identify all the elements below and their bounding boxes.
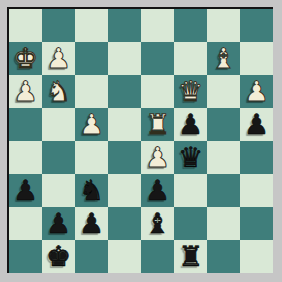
square-d6[interactable] [108,75,141,108]
square-f7[interactable] [174,42,207,75]
square-d1[interactable] [108,240,141,273]
square-f3[interactable] [174,174,207,207]
square-c6[interactable] [75,75,108,108]
square-a6[interactable]: ♟ [9,75,42,108]
black-pawn[interactable]: ♟ [75,207,108,240]
square-e1[interactable] [141,240,174,273]
square-a1[interactable] [9,240,42,273]
square-e5[interactable]: ♜ [141,108,174,141]
square-g6[interactable] [207,75,240,108]
square-f1[interactable]: ♜ [174,240,207,273]
white-pawn[interactable]: ♟ [9,75,42,108]
square-b3[interactable] [42,174,75,207]
square-b7[interactable]: ♟ [42,42,75,75]
black-pawn[interactable]: ♟ [174,108,207,141]
square-c5[interactable]: ♟ [75,108,108,141]
square-h7[interactable] [240,42,273,75]
white-rook[interactable]: ♜ [141,108,174,141]
square-e2[interactable]: ♝ [141,207,174,240]
square-h4[interactable] [240,141,273,174]
square-d7[interactable] [108,42,141,75]
square-a4[interactable] [9,141,42,174]
black-pawn[interactable]: ♟ [42,207,75,240]
square-h5[interactable]: ♟ [240,108,273,141]
white-pawn[interactable]: ♟ [141,141,174,174]
square-c8[interactable] [75,9,108,42]
square-e3[interactable]: ♟ [141,174,174,207]
square-c4[interactable] [75,141,108,174]
white-queen[interactable]: ♛ [174,75,207,108]
square-a7[interactable]: ♚ [9,42,42,75]
square-a2[interactable] [9,207,42,240]
square-h3[interactable] [240,174,273,207]
chess-board: ♚♟♝♟♞♛♟♟♜♟♟♟♛♟♞♟♟♟♝♚♜ [7,7,273,273]
square-a3[interactable]: ♟ [9,174,42,207]
square-h6[interactable]: ♟ [240,75,273,108]
square-d2[interactable] [108,207,141,240]
white-pawn[interactable]: ♟ [75,108,108,141]
square-e4[interactable]: ♟ [141,141,174,174]
black-bishop[interactable]: ♝ [141,207,174,240]
square-a5[interactable] [9,108,42,141]
white-king[interactable]: ♚ [9,42,42,75]
square-c7[interactable] [75,42,108,75]
black-pawn[interactable]: ♟ [240,108,273,141]
square-d3[interactable] [108,174,141,207]
square-b8[interactable] [42,9,75,42]
black-rook[interactable]: ♜ [174,240,207,273]
square-g5[interactable] [207,108,240,141]
black-pawn[interactable]: ♟ [141,174,174,207]
square-f4[interactable]: ♛ [174,141,207,174]
white-knight[interactable]: ♞ [42,75,75,108]
square-g4[interactable] [207,141,240,174]
square-f2[interactable] [174,207,207,240]
square-a8[interactable] [9,9,42,42]
black-knight[interactable]: ♞ [75,174,108,207]
square-h2[interactable] [240,207,273,240]
black-queen[interactable]: ♛ [174,141,207,174]
black-king[interactable]: ♚ [42,240,75,273]
square-f8[interactable] [174,9,207,42]
square-g8[interactable] [207,9,240,42]
black-pawn[interactable]: ♟ [9,174,42,207]
square-c2[interactable]: ♟ [75,207,108,240]
square-g2[interactable] [207,207,240,240]
square-d8[interactable] [108,9,141,42]
square-f6[interactable]: ♛ [174,75,207,108]
white-pawn[interactable]: ♟ [42,42,75,75]
white-pawn[interactable]: ♟ [240,75,273,108]
square-d5[interactable] [108,108,141,141]
square-d4[interactable] [108,141,141,174]
square-g7[interactable]: ♝ [207,42,240,75]
square-c3[interactable]: ♞ [75,174,108,207]
square-f5[interactable]: ♟ [174,108,207,141]
square-h1[interactable] [240,240,273,273]
square-c1[interactable] [75,240,108,273]
square-g1[interactable] [207,240,240,273]
white-bishop[interactable]: ♝ [207,42,240,75]
square-e7[interactable] [141,42,174,75]
square-g3[interactable] [207,174,240,207]
board-frame: ♚♟♝♟♞♛♟♟♜♟♟♟♛♟♞♟♟♟♝♚♜ [0,0,282,282]
square-b5[interactable] [42,108,75,141]
square-b2[interactable]: ♟ [42,207,75,240]
square-e8[interactable] [141,9,174,42]
square-h8[interactable] [240,9,273,42]
square-b1[interactable]: ♚ [42,240,75,273]
square-e6[interactable] [141,75,174,108]
square-b4[interactable] [42,141,75,174]
square-b6[interactable]: ♞ [42,75,75,108]
